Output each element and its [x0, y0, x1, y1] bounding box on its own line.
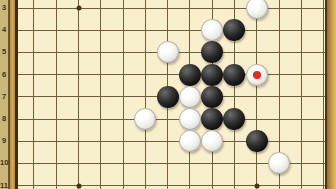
star-point: [254, 183, 259, 188]
grid-line-v: [78, 0, 79, 189]
black-stone: [223, 108, 245, 130]
white-stone: [157, 41, 179, 63]
white-stone: [201, 19, 223, 41]
row-label-7: 7: [0, 93, 8, 101]
white-stone: [246, 64, 268, 86]
grid-line-h: [17, 141, 326, 142]
row-label-11: 11: [0, 182, 8, 189]
row-label-3: 3: [0, 4, 8, 12]
grid-line-h: [17, 74, 326, 75]
black-stone: [201, 108, 223, 130]
row-label-6: 6: [0, 71, 8, 79]
black-stone: [201, 64, 223, 86]
grid-line-h: [17, 185, 326, 186]
grid-line-v: [33, 0, 34, 189]
white-stone: [179, 130, 201, 152]
gomoku-board[interactable]: 34567891011: [0, 0, 336, 189]
black-stone: [201, 86, 223, 108]
left-frame-inner-edge: [15, 0, 18, 189]
grid-line-v: [323, 0, 324, 189]
black-stone: [179, 64, 201, 86]
row-label-8: 8: [0, 115, 8, 123]
black-stone: [157, 86, 179, 108]
white-stone: [179, 108, 201, 130]
white-stone: [179, 86, 201, 108]
grid-line-v: [123, 0, 124, 189]
right-frame-wood: [327, 0, 336, 189]
row-label-5: 5: [0, 48, 8, 56]
last-move-marker-icon: [253, 71, 261, 79]
grid-line-v: [145, 0, 146, 189]
white-stone: [268, 152, 290, 174]
white-stone: [201, 130, 223, 152]
star-point: [76, 6, 81, 11]
row-label-9: 9: [0, 137, 8, 145]
black-stone: [223, 64, 245, 86]
row-label-10: 10: [0, 159, 8, 167]
grid-line-v: [100, 0, 101, 189]
white-stone: [134, 108, 156, 130]
black-stone: [246, 130, 268, 152]
grid-line-h: [17, 30, 326, 31]
black-stone: [223, 19, 245, 41]
grid-line-h: [17, 8, 326, 9]
grid-line-v: [256, 0, 257, 189]
grid-line-v: [301, 0, 302, 189]
black-stone: [201, 41, 223, 63]
grid-line-h: [17, 119, 326, 120]
grid-line-v: [56, 0, 57, 189]
star-point: [76, 183, 81, 188]
row-label-4: 4: [0, 26, 8, 34]
